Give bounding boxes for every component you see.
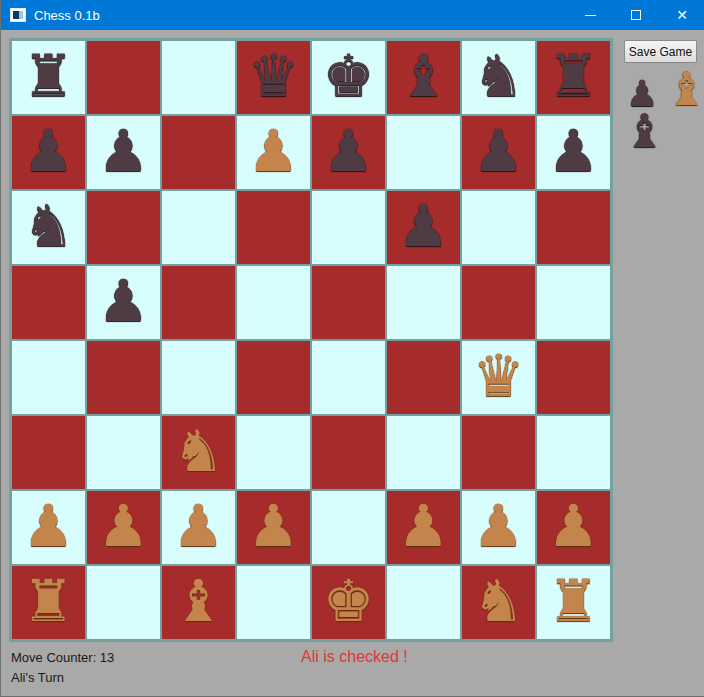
- square-e5[interactable]: [312, 266, 385, 339]
- square-h6[interactable]: [537, 191, 610, 264]
- light-pawn-piece: ♟: [398, 497, 450, 555]
- square-a1[interactable]: ♜: [12, 566, 85, 639]
- square-a2[interactable]: ♟: [12, 491, 85, 564]
- square-c1[interactable]: ♝: [162, 566, 235, 639]
- square-h3[interactable]: [537, 416, 610, 489]
- square-d2[interactable]: ♟: [237, 491, 310, 564]
- square-b7[interactable]: ♟: [87, 116, 160, 189]
- dark-bishop-piece: ♝: [398, 47, 450, 105]
- square-b1[interactable]: [87, 566, 160, 639]
- square-e4[interactable]: [312, 341, 385, 414]
- square-f1[interactable]: [387, 566, 460, 639]
- dark-pawn-piece: ♟: [98, 272, 150, 330]
- square-g7[interactable]: ♟: [462, 116, 535, 189]
- light-pawn-piece: ♟: [23, 497, 75, 555]
- square-g5[interactable]: [462, 266, 535, 339]
- square-g1[interactable]: ♞: [462, 566, 535, 639]
- square-d5[interactable]: [237, 266, 310, 339]
- dark-rook-piece: ♜: [548, 47, 600, 105]
- square-a3[interactable]: [12, 416, 85, 489]
- square-c3[interactable]: ♞: [162, 416, 235, 489]
- square-f6[interactable]: ♟: [387, 191, 460, 264]
- dark-king-piece: ♚: [323, 47, 375, 105]
- square-a6[interactable]: ♞: [12, 191, 85, 264]
- dark-pawn-piece: ♟: [398, 197, 450, 255]
- square-c2[interactable]: ♟: [162, 491, 235, 564]
- light-bishop-piece: ♝: [173, 572, 225, 630]
- window-controls: ✕: [567, 0, 704, 30]
- square-f7[interactable]: [387, 116, 460, 189]
- square-d6[interactable]: [237, 191, 310, 264]
- square-g4[interactable]: ♛: [462, 341, 535, 414]
- check-message: Ali is checked !: [301, 648, 408, 666]
- square-d3[interactable]: [237, 416, 310, 489]
- dark-pawn-piece: ♟: [323, 122, 375, 180]
- square-h2[interactable]: ♟: [537, 491, 610, 564]
- square-a4[interactable]: [12, 341, 85, 414]
- square-h4[interactable]: [537, 341, 610, 414]
- app-window: Chess 0.1b ✕ ♜♛♚♝♞♜♟♟♟♟♟♟♞♟♟♛♞♟♟♟♟♟♟♟♜♝♚…: [0, 0, 704, 697]
- window-title: Chess 0.1b: [34, 8, 100, 23]
- dark-pawn-piece: ♟: [98, 122, 150, 180]
- square-f3[interactable]: [387, 416, 460, 489]
- square-c8[interactable]: [162, 41, 235, 114]
- maximize-icon: [631, 10, 641, 20]
- square-f8[interactable]: ♝: [387, 41, 460, 114]
- square-f4[interactable]: [387, 341, 460, 414]
- light-pawn-piece: ♟: [248, 497, 300, 555]
- square-g8[interactable]: ♞: [462, 41, 535, 114]
- minimize-icon: [585, 15, 596, 16]
- light-queen-piece: ♛: [473, 347, 525, 405]
- dark-queen-piece: ♛: [248, 47, 300, 105]
- maximize-button[interactable]: [613, 0, 659, 30]
- square-b4[interactable]: [87, 341, 160, 414]
- square-h1[interactable]: ♜: [537, 566, 610, 639]
- square-a8[interactable]: ♜: [12, 41, 85, 114]
- square-f5[interactable]: [387, 266, 460, 339]
- light-pawn-piece: ♟: [173, 497, 225, 555]
- dark-knight-piece: ♞: [23, 197, 75, 255]
- square-a5[interactable]: [12, 266, 85, 339]
- app-icon: [10, 8, 26, 22]
- square-h8[interactable]: ♜: [537, 41, 610, 114]
- light-knight-piece: ♞: [173, 422, 225, 480]
- square-c5[interactable]: [162, 266, 235, 339]
- light-pawn-piece: ♟: [248, 122, 300, 180]
- square-e1[interactable]: ♚: [312, 566, 385, 639]
- turn-label: Ali's Turn: [11, 670, 64, 685]
- square-e6[interactable]: [312, 191, 385, 264]
- light-pawn-piece: ♟: [98, 497, 150, 555]
- square-b6[interactable]: [87, 191, 160, 264]
- square-e7[interactable]: ♟: [312, 116, 385, 189]
- chess-board: ♜♛♚♝♞♜♟♟♟♟♟♟♞♟♟♛♞♟♟♟♟♟♟♟♜♝♚♞♜: [9, 38, 613, 642]
- save-game-button[interactable]: Save Game: [624, 40, 697, 63]
- square-d1[interactable]: [237, 566, 310, 639]
- square-d7[interactable]: ♟: [237, 116, 310, 189]
- square-h5[interactable]: [537, 266, 610, 339]
- light-king-piece: ♚: [323, 572, 375, 630]
- light-pawn-piece: ♟: [548, 497, 600, 555]
- square-b5[interactable]: ♟: [87, 266, 160, 339]
- dark-rook-piece: ♜: [23, 47, 75, 105]
- move-counter-label: Move Counter: 13: [11, 650, 114, 665]
- dark-knight-piece: ♞: [473, 47, 525, 105]
- square-d8[interactable]: ♛: [237, 41, 310, 114]
- light-knight-piece: ♞: [473, 572, 525, 630]
- light-pawn-piece: ♟: [473, 497, 525, 555]
- title-bar: Chess 0.1b ✕: [1, 0, 704, 30]
- close-icon: ✕: [676, 8, 688, 22]
- square-h7[interactable]: ♟: [537, 116, 610, 189]
- square-b3[interactable]: [87, 416, 160, 489]
- light-rook-piece: ♜: [548, 572, 600, 630]
- dark-pawn-piece: ♟: [473, 122, 525, 180]
- dark-pawn-piece: ♟: [548, 122, 600, 180]
- square-a7[interactable]: ♟: [12, 116, 85, 189]
- square-g6[interactable]: [462, 191, 535, 264]
- square-d4[interactable]: [237, 341, 310, 414]
- square-e8[interactable]: ♚: [312, 41, 385, 114]
- captured-light-bishop: ♝: [666, 66, 704, 112]
- square-g2[interactable]: ♟: [462, 491, 535, 564]
- square-c4[interactable]: [162, 341, 235, 414]
- dark-pawn-piece: ♟: [23, 122, 75, 180]
- square-b2[interactable]: ♟: [87, 491, 160, 564]
- square-g3[interactable]: [462, 416, 535, 489]
- captured-dark-bishop: ♝: [624, 108, 665, 154]
- square-b8[interactable]: [87, 41, 160, 114]
- square-f2[interactable]: ♟: [387, 491, 460, 564]
- square-e3[interactable]: [312, 416, 385, 489]
- close-button[interactable]: ✕: [659, 0, 704, 30]
- minimize-button[interactable]: [567, 0, 613, 30]
- square-e2[interactable]: [312, 491, 385, 564]
- square-c7[interactable]: [162, 116, 235, 189]
- square-c6[interactable]: [162, 191, 235, 264]
- light-rook-piece: ♜: [23, 572, 75, 630]
